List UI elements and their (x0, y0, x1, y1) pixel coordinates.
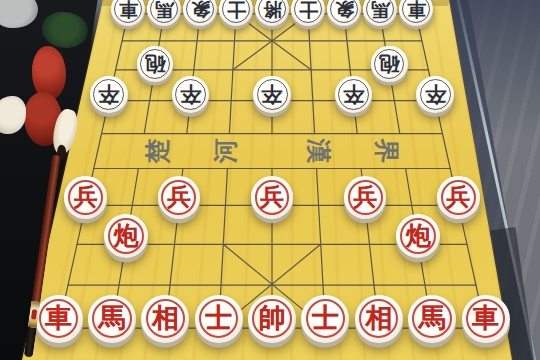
piece-red-advisor-left[interactable]: 士 (195, 295, 243, 343)
piece-character: 卒 (343, 84, 364, 105)
piece-character: 士 (205, 305, 232, 332)
piece-character: 士 (299, 0, 318, 19)
piece-black-elephant-left[interactable]: 象 (183, 0, 217, 26)
scene: 楚河漢界 車馬象士將士象馬車砲砲卒卒卒卒卒兵兵兵兵兵炮炮車馬相士帥士相馬車 (0, 0, 540, 360)
piece-character: 兵 (260, 186, 284, 210)
piece-red-cannon-right[interactable]: 炮 (396, 214, 440, 258)
piece-character: 砲 (379, 54, 399, 74)
piece-red-advisor-right[interactable]: 士 (301, 295, 349, 343)
piece-black-chariot-left[interactable]: 車 (111, 0, 145, 26)
piece-black-cannon-left[interactable]: 砲 (137, 46, 174, 83)
piece-character: 士 (312, 305, 339, 332)
piece-red-soldier-3[interactable]: 兵 (251, 176, 294, 219)
piece-black-horse-right[interactable]: 馬 (363, 0, 397, 26)
piece-red-horse-right[interactable]: 馬 (408, 295, 456, 343)
calligraphy-brush (10, 95, 90, 360)
piece-character: 馬 (371, 0, 390, 19)
piece-character: 兵 (446, 186, 470, 210)
piece-red-chariot-right[interactable]: 車 (462, 295, 510, 343)
piece-character: 馬 (98, 305, 125, 332)
piece-black-horse-left[interactable]: 馬 (147, 0, 181, 26)
piece-character: 象 (335, 0, 354, 19)
piece-black-general[interactable]: 將 (255, 0, 289, 26)
piece-black-advisor-right[interactable]: 士 (291, 0, 325, 26)
piece-character: 馬 (155, 0, 174, 19)
piece-character: 車 (119, 0, 138, 19)
piece-character: 兵 (353, 186, 377, 210)
piece-character: 卒 (425, 84, 446, 105)
piece-character: 車 (472, 305, 499, 332)
piece-red-horse-left[interactable]: 馬 (88, 295, 136, 343)
piece-black-soldier-2[interactable]: 卒 (172, 76, 210, 114)
piece-character: 卒 (180, 84, 201, 105)
piece-red-soldier-4[interactable]: 兵 (344, 176, 387, 219)
brush-handle (24, 154, 61, 357)
piece-black-soldier-4[interactable]: 卒 (335, 76, 373, 114)
piece-character: 卒 (98, 84, 119, 105)
piece-character: 相 (365, 305, 392, 332)
piece-black-soldier-1[interactable]: 卒 (90, 76, 128, 114)
piece-character: 卒 (261, 84, 282, 105)
piece-character: 相 (152, 305, 179, 332)
brush-end-cap (24, 327, 37, 358)
piece-black-soldier-5[interactable]: 卒 (416, 76, 454, 114)
piece-character: 象 (191, 0, 210, 19)
piece-black-soldier-3[interactable]: 卒 (253, 76, 291, 114)
piece-character: 兵 (167, 186, 191, 210)
piece-red-soldier-5[interactable]: 兵 (437, 176, 480, 219)
piece-red-cannon-left[interactable]: 炮 (104, 214, 148, 258)
piece-red-soldier-2[interactable]: 兵 (158, 176, 201, 219)
piece-red-elephant-left[interactable]: 相 (141, 295, 189, 343)
piece-character: 帥 (259, 305, 286, 332)
piece-character: 將 (263, 0, 282, 19)
piece-black-advisor-left[interactable]: 士 (219, 0, 253, 26)
piece-black-cannon-right[interactable]: 砲 (371, 46, 408, 83)
piece-character: 車 (407, 0, 426, 19)
piece-character: 砲 (145, 54, 165, 74)
piece-character: 炮 (113, 224, 138, 249)
piece-character: 馬 (419, 305, 446, 332)
brush-handle-body (31, 154, 61, 302)
piece-character: 士 (227, 0, 246, 19)
brush-gold-band (28, 301, 41, 328)
piece-red-elephant-right[interactable]: 相 (355, 295, 403, 343)
piece-red-general[interactable]: 帥 (248, 295, 296, 343)
piece-character: 炮 (406, 224, 431, 249)
piece-black-chariot-right[interactable]: 車 (399, 0, 433, 26)
piece-black-elephant-right[interactable]: 象 (327, 0, 361, 26)
